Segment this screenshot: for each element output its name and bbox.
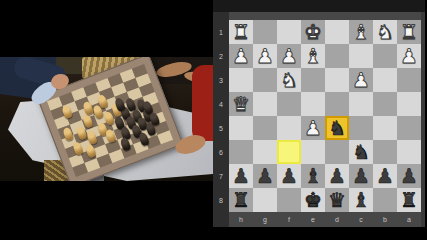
white-pawn-f2[interactable]: ♟ [280, 44, 298, 68]
square-d7[interactable]: ♟ [325, 164, 349, 188]
file-label-g: g [253, 212, 277, 227]
black-queen-d8[interactable]: ♛ [328, 188, 346, 212]
white-pawn-a2[interactable]: ♟ [400, 44, 418, 68]
square-b5[interactable] [373, 116, 397, 140]
square-d3[interactable] [325, 68, 349, 92]
square-d8[interactable]: ♛ [325, 188, 349, 212]
black-knight-d5[interactable]: ♞ [328, 116, 346, 140]
square-g8[interactable] [253, 188, 277, 212]
rank-label-8: 8 [213, 188, 229, 212]
white-king-e1[interactable]: ♚ [304, 20, 322, 44]
black-pawn-a7[interactable]: ♟ [400, 164, 418, 188]
rank-label-7: 7 [213, 164, 229, 188]
white-pawn-c3[interactable]: ♟ [352, 68, 370, 92]
square-f2[interactable]: ♟ [277, 44, 301, 68]
movie-still [0, 57, 213, 181]
white-bishop-e2[interactable]: ♝ [304, 44, 322, 68]
square-c1[interactable]: ♝ [349, 20, 373, 44]
square-g4[interactable] [253, 92, 277, 116]
square-f4[interactable] [277, 92, 301, 116]
rank-label-4: 4 [213, 92, 229, 116]
white-knight-b1[interactable]: ♞ [376, 20, 394, 44]
square-b6[interactable] [373, 140, 397, 164]
square-a5[interactable] [397, 116, 421, 140]
white-pawn-h2[interactable]: ♟ [232, 44, 250, 68]
white-pawn-g2[interactable]: ♟ [256, 44, 274, 68]
square-c8[interactable]: ♝ [349, 188, 373, 212]
square-e3[interactable] [301, 68, 325, 92]
square-c4[interactable] [349, 92, 373, 116]
square-b2[interactable] [373, 44, 397, 68]
white-knight-f3[interactable]: ♞ [280, 68, 298, 92]
square-c5[interactable] [349, 116, 373, 140]
square-e7[interactable]: ♝ [301, 164, 325, 188]
rank-labels: 12345678 [213, 20, 229, 212]
black-pawn-f7[interactable]: ♟ [280, 164, 298, 188]
square-a8[interactable]: ♜ [397, 188, 421, 212]
rank-label-5: 5 [213, 116, 229, 140]
file-label-c: c [349, 212, 373, 227]
black-king-e8[interactable]: ♚ [304, 188, 322, 212]
square-h3[interactable] [229, 68, 253, 92]
black-pawn-c7[interactable]: ♟ [352, 164, 370, 188]
square-a2[interactable]: ♟ [397, 44, 421, 68]
square-g6[interactable] [253, 140, 277, 164]
square-a7[interactable]: ♟ [397, 164, 421, 188]
rank-label-1: 1 [213, 20, 229, 44]
screenshot-root: 12345678 ♜♚♝♞♜♟♟♟♝♟♞♟♛♟♞♞♟♟♟♝♟♟♟♟♜♚♛♝♜ h… [0, 0, 427, 240]
chess-board[interactable]: ♜♚♝♞♜♟♟♟♝♟♞♟♛♟♞♞♟♟♟♝♟♟♟♟♜♚♛♝♜ [229, 20, 421, 212]
square-h8[interactable]: ♜ [229, 188, 253, 212]
square-f6[interactable] [277, 140, 301, 164]
file-label-h: h [229, 212, 253, 227]
square-e4[interactable] [301, 92, 325, 116]
square-c3[interactable]: ♟ [349, 68, 373, 92]
wooden-light-piece [72, 141, 84, 156]
square-g1[interactable] [253, 20, 277, 44]
square-g3[interactable] [253, 68, 277, 92]
square-b3[interactable] [373, 68, 397, 92]
black-knight-c6[interactable]: ♞ [352, 140, 370, 164]
wooden-light-piece [86, 131, 98, 146]
square-a4[interactable] [397, 92, 421, 116]
wooden-light-piece [104, 129, 116, 144]
panel-bottom-strip [213, 227, 427, 240]
square-h5[interactable] [229, 116, 253, 140]
wooden-light-piece [75, 125, 87, 140]
file-label-a: a [397, 212, 421, 227]
square-h2[interactable]: ♟ [229, 44, 253, 68]
black-rook-a8[interactable]: ♜ [400, 188, 418, 212]
wooden-light-piece [61, 105, 73, 120]
file-label-f: f [277, 212, 301, 227]
wooden-light-piece [82, 114, 94, 129]
rank-label-2: 2 [213, 44, 229, 68]
square-e1[interactable]: ♚ [301, 20, 325, 44]
square-g2[interactable]: ♟ [253, 44, 277, 68]
wooden-light-piece [84, 143, 96, 158]
wooden-dark-piece [120, 137, 132, 152]
square-b7[interactable]: ♟ [373, 164, 397, 188]
black-pawn-b7[interactable]: ♟ [376, 164, 394, 188]
square-h6[interactable] [229, 140, 253, 164]
white-rook-a1[interactable]: ♜ [400, 20, 418, 44]
square-a6[interactable] [397, 140, 421, 164]
square-f8[interactable] [277, 188, 301, 212]
file-label-b: b [373, 212, 397, 227]
square-a1[interactable]: ♜ [397, 20, 421, 44]
file-label-d: d [325, 212, 349, 227]
black-bishop-c8[interactable]: ♝ [352, 188, 370, 212]
square-d1[interactable] [325, 20, 349, 44]
square-h1[interactable]: ♜ [229, 20, 253, 44]
square-h4[interactable]: ♛ [229, 92, 253, 116]
square-d5[interactable]: ♞ [325, 116, 349, 140]
square-c2[interactable] [349, 44, 373, 68]
square-g5[interactable] [253, 116, 277, 140]
square-d6[interactable] [325, 140, 349, 164]
square-b8[interactable] [373, 188, 397, 212]
rank-label-3: 3 [213, 68, 229, 92]
square-a3[interactable] [397, 68, 421, 92]
square-g7[interactable]: ♟ [253, 164, 277, 188]
panel-top-strip [213, 0, 427, 12]
square-e6[interactable] [301, 140, 325, 164]
square-h7[interactable]: ♟ [229, 164, 253, 188]
black-pawn-h7[interactable]: ♟ [232, 164, 250, 188]
file-labels: hgfedcba [229, 212, 421, 227]
wooden-light-piece [83, 101, 95, 116]
square-e5[interactable]: ♟ [301, 116, 325, 140]
board-top-border [229, 12, 425, 20]
square-b4[interactable] [373, 92, 397, 116]
analysis-board-panel: 12345678 ♜♚♝♞♜♟♟♟♝♟♞♟♛♟♞♞♟♟♟♝♟♟♟♟♜♚♛♝♜ h… [213, 0, 427, 240]
wooden-light-piece [62, 126, 74, 141]
square-c6[interactable]: ♞ [349, 140, 373, 164]
black-rook-h8[interactable]: ♜ [232, 188, 250, 212]
white-rook-h1[interactable]: ♜ [232, 20, 250, 44]
square-d4[interactable] [325, 92, 349, 116]
file-label-e: e [301, 212, 325, 227]
white-bishop-c1[interactable]: ♝ [352, 20, 370, 44]
square-f7[interactable]: ♟ [277, 164, 301, 188]
square-d2[interactable] [325, 44, 349, 68]
spectator-red-sweater [192, 65, 213, 141]
white-pawn-e5[interactable]: ♟ [304, 116, 322, 140]
white-queen-h4[interactable]: ♛ [232, 92, 250, 116]
square-f5[interactable] [277, 116, 301, 140]
square-e8[interactable]: ♚ [301, 188, 325, 212]
square-b1[interactable]: ♞ [373, 20, 397, 44]
rank-label-6: 6 [213, 140, 229, 164]
black-bishop-e7[interactable]: ♝ [304, 164, 322, 188]
black-pawn-d7[interactable]: ♟ [328, 164, 346, 188]
square-e2[interactable]: ♝ [301, 44, 325, 68]
black-pawn-g7[interactable]: ♟ [256, 164, 274, 188]
square-f1[interactable] [277, 20, 301, 44]
square-c7[interactable]: ♟ [349, 164, 373, 188]
square-f3[interactable]: ♞ [277, 68, 301, 92]
